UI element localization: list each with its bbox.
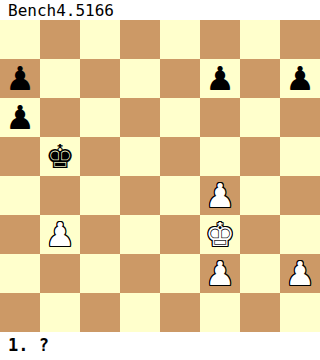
square-f6[interactable]: [200, 98, 240, 137]
square-f4[interactable]: ♟: [200, 176, 240, 215]
square-f1[interactable]: [200, 293, 240, 332]
square-g6[interactable]: [240, 98, 280, 137]
square-d1[interactable]: [120, 293, 160, 332]
square-e8[interactable]: [160, 20, 200, 59]
square-d3[interactable]: [120, 215, 160, 254]
square-c7[interactable]: [80, 59, 120, 98]
square-f3[interactable]: ♚: [200, 215, 240, 254]
chess-board: ♟♟♟♟♚♟♟♚♟♟: [0, 20, 320, 332]
square-b7[interactable]: [40, 59, 80, 98]
black-pawn[interactable]: ♟: [5, 98, 35, 137]
black-pawn[interactable]: ♟: [285, 59, 315, 98]
square-f8[interactable]: [200, 20, 240, 59]
square-d4[interactable]: [120, 176, 160, 215]
square-h3[interactable]: [280, 215, 320, 254]
square-e7[interactable]: [160, 59, 200, 98]
square-d8[interactable]: [120, 20, 160, 59]
square-b4[interactable]: [40, 176, 80, 215]
square-g2[interactable]: [240, 254, 280, 293]
square-h8[interactable]: [280, 20, 320, 59]
square-c5[interactable]: [80, 137, 120, 176]
square-c4[interactable]: [80, 176, 120, 215]
square-b8[interactable]: [40, 20, 80, 59]
square-c6[interactable]: [80, 98, 120, 137]
square-c2[interactable]: [80, 254, 120, 293]
square-g8[interactable]: [240, 20, 280, 59]
square-b6[interactable]: [40, 98, 80, 137]
square-e1[interactable]: [160, 293, 200, 332]
square-f7[interactable]: ♟: [200, 59, 240, 98]
square-a5[interactable]: [0, 137, 40, 176]
square-a1[interactable]: [0, 293, 40, 332]
square-d5[interactable]: [120, 137, 160, 176]
white-king[interactable]: ♚: [205, 215, 235, 254]
black-pawn[interactable]: ♟: [205, 59, 235, 98]
move-prompt: 1. ?: [8, 335, 49, 355]
square-a8[interactable]: [0, 20, 40, 59]
square-f5[interactable]: [200, 137, 240, 176]
white-pawn[interactable]: ♟: [205, 254, 235, 293]
square-e6[interactable]: [160, 98, 200, 137]
white-pawn[interactable]: ♟: [45, 215, 75, 254]
position-title: Bench4.5166: [8, 2, 114, 19]
square-h7[interactable]: ♟: [280, 59, 320, 98]
white-pawn[interactable]: ♟: [285, 254, 315, 293]
square-a3[interactable]: [0, 215, 40, 254]
square-a4[interactable]: [0, 176, 40, 215]
square-g5[interactable]: [240, 137, 280, 176]
square-a6[interactable]: ♟: [0, 98, 40, 137]
square-b2[interactable]: [40, 254, 80, 293]
square-h1[interactable]: [280, 293, 320, 332]
square-e2[interactable]: [160, 254, 200, 293]
square-f2[interactable]: ♟: [200, 254, 240, 293]
square-b3[interactable]: ♟: [40, 215, 80, 254]
square-a2[interactable]: [0, 254, 40, 293]
square-c3[interactable]: [80, 215, 120, 254]
square-g4[interactable]: [240, 176, 280, 215]
square-h6[interactable]: [280, 98, 320, 137]
square-d2[interactable]: [120, 254, 160, 293]
square-g1[interactable]: [240, 293, 280, 332]
square-c8[interactable]: [80, 20, 120, 59]
square-g7[interactable]: [240, 59, 280, 98]
black-pawn[interactable]: ♟: [5, 59, 35, 98]
square-d7[interactable]: [120, 59, 160, 98]
square-a7[interactable]: ♟: [0, 59, 40, 98]
square-c1[interactable]: [80, 293, 120, 332]
square-h2[interactable]: ♟: [280, 254, 320, 293]
square-b1[interactable]: [40, 293, 80, 332]
square-e5[interactable]: [160, 137, 200, 176]
square-e3[interactable]: [160, 215, 200, 254]
square-e4[interactable]: [160, 176, 200, 215]
square-d6[interactable]: [120, 98, 160, 137]
square-g3[interactable]: [240, 215, 280, 254]
square-h4[interactable]: [280, 176, 320, 215]
white-pawn[interactable]: ♟: [205, 176, 235, 215]
black-king[interactable]: ♚: [45, 137, 75, 176]
square-b5[interactable]: ♚: [40, 137, 80, 176]
square-h5[interactable]: [280, 137, 320, 176]
